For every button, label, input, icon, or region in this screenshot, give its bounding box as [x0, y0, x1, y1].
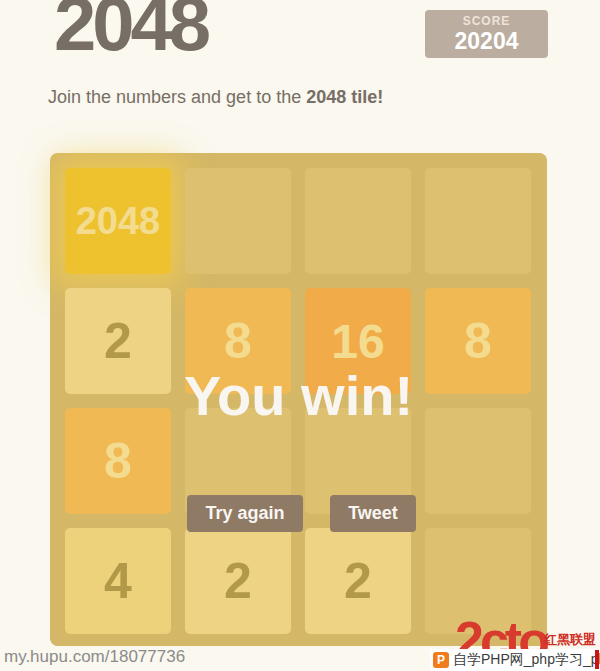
page-title: 2048	[54, 0, 207, 62]
subtitle: Join the numbers and get to the 2048 til…	[48, 87, 383, 108]
php-site-icon: P	[433, 652, 449, 668]
watermark-strip-text: 自学PHP网_php学习_php教	[453, 651, 600, 669]
game-board: 2048281688422 You win! Try again Tweet	[50, 153, 547, 646]
score-label: SCORE	[463, 14, 511, 28]
watermark-url: my.hupu.com/18077736	[4, 647, 185, 667]
subtitle-goal: 2048 tile!	[306, 87, 383, 107]
watermark-strip: P 自学PHP网_php学习_php教	[430, 649, 600, 671]
tweet-button[interactable]: Tweet	[330, 495, 416, 532]
try-again-button[interactable]: Try again	[187, 495, 303, 532]
score-box: SCORE 20204	[425, 10, 548, 58]
2cto-logo-text: 红黑联盟	[544, 631, 596, 649]
score-value: 20204	[455, 28, 519, 54]
win-message: You win!	[50, 365, 547, 427]
red-bar-decoration	[595, 650, 599, 669]
subtitle-text: Join the numbers and get to the	[48, 87, 306, 107]
